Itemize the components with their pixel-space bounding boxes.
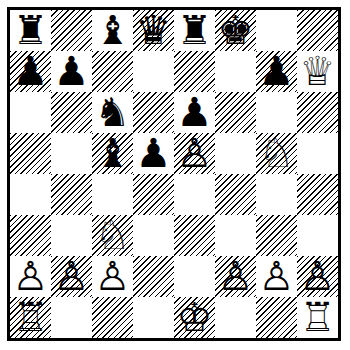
white-pawn-f2: ♙ — [218, 256, 254, 297]
square-g1[interactable] — [256, 297, 297, 338]
square-d4[interactable] — [133, 174, 174, 215]
square-h1[interactable]: ♖ — [297, 297, 338, 338]
white-rook-a1: ♖ — [13, 297, 49, 338]
black-knight-c6: ♞ — [95, 92, 131, 133]
square-h4[interactable] — [297, 174, 338, 215]
white-pawn-e5: ♙ — [177, 133, 213, 174]
square-f6[interactable] — [215, 92, 256, 133]
square-c4[interactable] — [92, 174, 133, 215]
square-c8[interactable]: ♝ — [92, 10, 133, 51]
square-c2[interactable]: ♙ — [92, 256, 133, 297]
square-d8[interactable]: ♛ — [133, 10, 174, 51]
square-a4[interactable] — [10, 174, 51, 215]
square-f3[interactable] — [215, 215, 256, 256]
white-pawn-h2: ♙ — [300, 256, 336, 297]
square-g4[interactable] — [256, 174, 297, 215]
white-rook-h1: ♖ — [300, 297, 336, 338]
black-pawn-b7: ♟ — [54, 51, 90, 92]
square-h2[interactable]: ♙ — [297, 256, 338, 297]
black-king-f8: ♚ — [218, 10, 254, 51]
square-d5[interactable]: ♟ — [133, 133, 174, 174]
square-g2[interactable]: ♙ — [256, 256, 297, 297]
square-a8[interactable]: ♜ — [10, 10, 51, 51]
square-a7[interactable]: ♟ — [10, 51, 51, 92]
square-b7[interactable]: ♟ — [51, 51, 92, 92]
square-g8[interactable] — [256, 10, 297, 51]
square-e1[interactable]: ♔ — [174, 297, 215, 338]
square-a3[interactable] — [10, 215, 51, 256]
square-h7[interactable]: ♕ — [297, 51, 338, 92]
black-bishop-c5: ♝ — [95, 133, 131, 174]
square-c1[interactable] — [92, 297, 133, 338]
square-f4[interactable] — [215, 174, 256, 215]
square-a2[interactable]: ♙ — [10, 256, 51, 297]
square-b8[interactable] — [51, 10, 92, 51]
square-f1[interactable] — [215, 297, 256, 338]
square-h5[interactable] — [297, 133, 338, 174]
square-d7[interactable] — [133, 51, 174, 92]
square-b6[interactable] — [51, 92, 92, 133]
square-g3[interactable] — [256, 215, 297, 256]
square-e8[interactable]: ♜ — [174, 10, 215, 51]
square-d2[interactable] — [133, 256, 174, 297]
square-c5[interactable]: ♝ — [92, 133, 133, 174]
black-pawn-e6: ♟ — [177, 92, 213, 133]
square-e7[interactable] — [174, 51, 215, 92]
square-b4[interactable] — [51, 174, 92, 215]
square-b2[interactable]: ♙ — [51, 256, 92, 297]
black-pawn-g7: ♟ — [259, 51, 295, 92]
square-c6[interactable]: ♞ — [92, 92, 133, 133]
black-pawn-d5: ♟ — [136, 133, 172, 174]
black-bishop-c8: ♝ — [95, 10, 131, 51]
square-c7[interactable] — [92, 51, 133, 92]
black-rook-a8: ♜ — [13, 10, 49, 51]
square-g6[interactable] — [256, 92, 297, 133]
square-a6[interactable] — [10, 92, 51, 133]
square-b1[interactable] — [51, 297, 92, 338]
square-f5[interactable] — [215, 133, 256, 174]
square-e2[interactable] — [174, 256, 215, 297]
black-pawn-a7: ♟ — [13, 51, 49, 92]
white-knight-g5: ♘ — [259, 133, 295, 174]
chess-diagram: ♜♝♛♜♚♟♟♟♕♞♟♝♟♙♘♘♙♙♙♙♙♙♖♔♖ — [0, 0, 350, 350]
square-f2[interactable]: ♙ — [215, 256, 256, 297]
square-h3[interactable] — [297, 215, 338, 256]
square-h8[interactable] — [297, 10, 338, 51]
white-pawn-g2: ♙ — [259, 256, 295, 297]
square-f7[interactable] — [215, 51, 256, 92]
white-queen-h7: ♕ — [300, 51, 336, 92]
white-king-e1: ♔ — [177, 297, 213, 338]
square-a5[interactable] — [10, 133, 51, 174]
square-g7[interactable]: ♟ — [256, 51, 297, 92]
square-g5[interactable]: ♘ — [256, 133, 297, 174]
square-f8[interactable]: ♚ — [215, 10, 256, 51]
square-a1[interactable]: ♖ — [10, 297, 51, 338]
white-knight-c3: ♘ — [95, 215, 131, 256]
square-b3[interactable] — [51, 215, 92, 256]
white-pawn-b2: ♙ — [54, 256, 90, 297]
square-e5[interactable]: ♙ — [174, 133, 215, 174]
square-d6[interactable] — [133, 92, 174, 133]
square-e4[interactable] — [174, 174, 215, 215]
board-frame: ♜♝♛♜♚♟♟♟♕♞♟♝♟♙♘♘♙♙♙♙♙♙♖♔♖ — [7, 7, 341, 341]
square-c3[interactable]: ♘ — [92, 215, 133, 256]
square-d3[interactable] — [133, 215, 174, 256]
white-pawn-c2: ♙ — [95, 256, 131, 297]
chess-board: ♜♝♛♜♚♟♟♟♕♞♟♝♟♙♘♘♙♙♙♙♙♙♖♔♖ — [10, 10, 338, 338]
black-queen-d8: ♛ — [136, 10, 172, 51]
square-d1[interactable] — [133, 297, 174, 338]
black-rook-e8: ♜ — [177, 10, 213, 51]
square-e6[interactable]: ♟ — [174, 92, 215, 133]
square-e3[interactable] — [174, 215, 215, 256]
square-b5[interactable] — [51, 133, 92, 174]
square-h6[interactable] — [297, 92, 338, 133]
white-pawn-a2: ♙ — [13, 256, 49, 297]
